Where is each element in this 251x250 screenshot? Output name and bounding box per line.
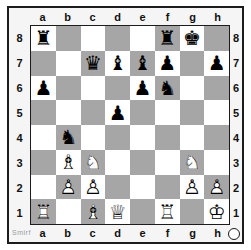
piece-bB-d7: ♝ [105,51,130,76]
piece-glyph: ♞ [59,127,77,147]
square-d4[interactable] [105,125,130,150]
square-d8[interactable] [105,26,130,51]
rank-label-6: 6 [230,82,242,94]
piece-glyph: ♕ [109,202,127,222]
square-c8[interactable] [81,26,106,51]
piece-glyph: ♙ [59,177,77,197]
file-label-g: g [180,11,205,23]
piece-bN-f6: ♞ [155,76,180,101]
piece-glyph: ♞ [158,78,176,98]
piece-wB-b3: ♝♗ [56,150,81,175]
file-label-h: h [205,227,230,239]
square-e3[interactable] [130,150,155,175]
rank-label-1: 1 [9,207,30,219]
square-c3[interactable]: ♞♘ [81,150,106,175]
square-a2[interactable] [31,175,56,200]
piece-bR-f8: ♜ [155,26,180,51]
smirf-watermark: Smirf [12,229,31,236]
file-label-f: f [155,11,180,23]
square-b7[interactable] [56,51,81,76]
piece-wQ-d1: ♛♕ [105,199,130,224]
chess-board: ♜♜♚♛♝♝♟♟♟♟♞♟♞♝♗♞♘♞♘♟♙♟♙♟♙♟♙♜♖♝♗♛♕♜♖♚♔ [30,25,230,225]
square-a1[interactable]: ♜♖ [31,199,56,224]
piece-bN-b4: ♞ [56,125,81,150]
square-c1[interactable]: ♝♗ [81,199,106,224]
piece-wN-g3: ♞♘ [180,150,205,175]
square-c4[interactable] [81,125,106,150]
piece-bP-d5: ♟ [105,100,130,125]
square-g2[interactable]: ♟♙ [180,175,205,200]
rank-label-4: 4 [9,132,30,144]
square-d6[interactable] [105,76,130,101]
square-c6[interactable] [81,76,106,101]
file-label-h: h [205,11,230,23]
square-a8[interactable]: ♜ [31,26,56,51]
square-h3[interactable] [204,150,229,175]
piece-glyph: ♝ [133,53,151,73]
square-b2[interactable]: ♟♙ [56,175,81,200]
square-a7[interactable] [31,51,56,76]
square-b1[interactable] [56,199,81,224]
square-g1[interactable] [180,199,205,224]
square-g4[interactable] [180,125,205,150]
square-b4[interactable]: ♞ [56,125,81,150]
rank-label-5: 5 [230,107,242,119]
piece-wB-c1: ♝♗ [81,199,106,224]
piece-wP-b2: ♟♙ [56,175,81,200]
square-c5[interactable] [81,100,106,125]
file-label-d: d [105,11,130,23]
piece-wP-c2: ♟♙ [81,175,106,200]
square-b3[interactable]: ♝♗ [56,150,81,175]
square-a6[interactable]: ♟ [31,76,56,101]
square-f5[interactable] [155,100,180,125]
square-h1[interactable]: ♚♔ [204,199,229,224]
file-labels-top: abcdefgh [30,8,230,25]
square-h5[interactable] [204,100,229,125]
square-d5[interactable]: ♟ [105,100,130,125]
square-g7[interactable] [180,51,205,76]
rank-label-6: 6 [9,82,30,94]
rank-label-3: 3 [230,157,242,169]
square-f2[interactable] [155,175,180,200]
piece-wP-g2: ♟♙ [180,175,205,200]
file-label-g: g [180,227,205,239]
piece-glyph: ♜ [158,28,176,48]
square-f3[interactable] [155,150,180,175]
square-e2[interactable] [130,175,155,200]
square-h8[interactable] [204,26,229,51]
square-e7[interactable]: ♝ [130,51,155,76]
file-labels-bottom: abcdefgh [30,224,230,241]
square-d2[interactable] [105,175,130,200]
rank-label-1: 1 [230,207,242,219]
rank-label-5: 5 [9,107,30,119]
piece-glyph: ♖ [34,202,52,222]
piece-glyph: ♙ [183,177,201,197]
square-d3[interactable] [105,150,130,175]
piece-glyph: ♟ [109,103,127,123]
square-h7[interactable]: ♟ [204,51,229,76]
file-label-c: c [80,11,105,23]
file-label-e: e [130,227,155,239]
piece-glyph: ♙ [208,177,226,197]
rank-labels-left: 87654321 [9,25,30,225]
piece-wN-c3: ♞♘ [81,150,106,175]
file-label-c: c [80,227,105,239]
file-label-a: a [30,227,55,239]
square-f1[interactable]: ♜♖ [155,199,180,224]
piece-glyph: ♘ [183,152,201,172]
piece-glyph: ♙ [84,177,102,197]
piece-glyph: ♗ [84,202,102,222]
rank-label-8: 8 [9,32,30,44]
piece-bP-a6: ♟ [31,76,56,101]
square-c7[interactable]: ♛ [81,51,106,76]
square-e1[interactable] [130,199,155,224]
square-d7[interactable]: ♝ [105,51,130,76]
square-f4[interactable] [155,125,180,150]
rank-label-2: 2 [9,182,30,194]
file-label-f: f [155,227,180,239]
file-label-b: b [55,11,80,23]
piece-glyph: ♔ [208,202,226,222]
square-e4[interactable] [130,125,155,150]
square-g8[interactable]: ♚ [180,26,205,51]
square-e8[interactable] [130,26,155,51]
piece-glyph: ♟ [158,53,176,73]
chess-diagram-screenshot: { "game": "chess", "position": { "fen": … [0,0,251,250]
piece-glyph: ♟ [133,78,151,98]
piece-glyph: ♟ [208,53,226,73]
rank-label-7: 7 [9,57,30,69]
square-a3[interactable] [31,150,56,175]
square-g6[interactable] [180,76,205,101]
square-f7[interactable]: ♟ [155,51,180,76]
square-e6[interactable]: ♟ [130,76,155,101]
piece-glyph: ♖ [158,202,176,222]
file-label-b: b [55,227,80,239]
piece-bB-e7: ♝ [130,51,155,76]
piece-glyph: ♘ [84,152,102,172]
square-b6[interactable] [56,76,81,101]
rank-label-4: 4 [230,132,242,144]
piece-bK-g8: ♚ [180,26,205,51]
piece-glyph: ♜ [34,28,52,48]
square-a5[interactable] [31,100,56,125]
rank-label-7: 7 [230,57,242,69]
square-h4[interactable] [204,125,229,150]
diagram-frame: abcdefgh 87654321 ♜♜♚♛♝♝♟♟♟♟♞♟♞♝♗♞♘♞♘♟♙♟… [7,6,244,244]
rank-label-8: 8 [230,32,242,44]
square-d1[interactable]: ♛♕ [105,199,130,224]
rank-labels-right: 87654321 [230,25,242,225]
file-label-e: e [130,11,155,23]
square-f8[interactable]: ♜ [155,26,180,51]
piece-glyph: ♛ [84,53,102,73]
piece-wR-a1: ♜♖ [31,199,56,224]
rank-label-2: 2 [230,182,242,194]
square-g3[interactable]: ♞♘ [180,150,205,175]
piece-wK-h1: ♚♔ [204,199,229,224]
piece-glyph: ♗ [59,152,77,172]
square-f6[interactable]: ♞ [155,76,180,101]
white-to-move-indicator [228,228,240,240]
piece-bP-f7: ♟ [155,51,180,76]
piece-bR-a8: ♜ [31,26,56,51]
piece-wR-f1: ♜♖ [155,199,180,224]
file-label-d: d [105,227,130,239]
piece-glyph: ♝ [109,53,127,73]
square-b8[interactable] [56,26,81,51]
file-label-a: a [30,11,55,23]
piece-wP-h2: ♟♙ [204,175,229,200]
piece-bP-e6: ♟ [130,76,155,101]
piece-glyph: ♟ [34,78,52,98]
square-e5[interactable] [130,100,155,125]
square-g5[interactable] [180,100,205,125]
square-h2[interactable]: ♟♙ [204,175,229,200]
square-a4[interactable] [31,125,56,150]
square-c2[interactable]: ♟♙ [81,175,106,200]
piece-glyph: ♚ [183,28,201,48]
piece-bQ-c7: ♛ [81,51,106,76]
rank-label-3: 3 [9,157,30,169]
piece-bP-h7: ♟ [204,51,229,76]
square-b5[interactable] [56,100,81,125]
square-h6[interactable] [204,76,229,101]
